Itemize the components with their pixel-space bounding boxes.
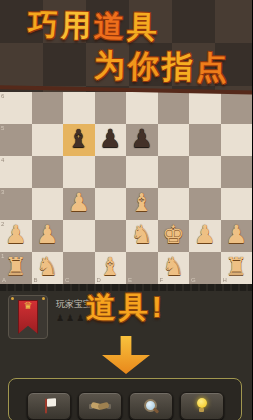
- square-f5[interactable]: [158, 124, 190, 156]
- square-a2[interactable]: 2♟: [0, 220, 32, 252]
- file-label-f: f: [160, 277, 164, 283]
- square-e2[interactable]: ♞: [126, 220, 158, 252]
- square-f2[interactable]: ♚: [158, 220, 190, 252]
- rank-label-6: 6: [1, 93, 4, 99]
- resign-flag-button[interactable]: [27, 392, 71, 420]
- white-pawn-b2[interactable]: ♟: [32, 219, 64, 250]
- square-e3[interactable]: ♝: [126, 188, 158, 220]
- square-d5[interactable]: ♟: [95, 124, 127, 156]
- square-e1[interactable]: e: [126, 252, 158, 284]
- draw-handshake-button[interactable]: [78, 392, 122, 420]
- square-a1[interactable]: 1a♜: [0, 252, 32, 284]
- square-h3[interactable]: [221, 188, 253, 220]
- square-g4[interactable]: [189, 156, 221, 188]
- square-h1[interactable]: h♜: [221, 252, 253, 284]
- banner-pin-left: [11, 297, 14, 300]
- file-label-d: d: [97, 277, 101, 283]
- crown-icon: ♛: [9, 301, 47, 311]
- square-h6[interactable]: [221, 92, 253, 124]
- square-f6[interactable]: [158, 92, 190, 124]
- props-callout-label: 道具!: [86, 288, 166, 328]
- square-e6[interactable]: [126, 92, 158, 124]
- square-c1[interactable]: c: [63, 252, 95, 284]
- black-bishop-c5[interactable]: ♝: [63, 123, 95, 154]
- white-pawn-h2[interactable]: ♟: [221, 219, 253, 250]
- chess-app-screen: 巧用道具 为你指点 65♝♟♟43♟♝2♟♟♞♚♟♟1a♜b♞cd♝ef♞gh♜…: [0, 0, 252, 420]
- square-c5[interactable]: ♝: [63, 124, 95, 156]
- square-b5[interactable]: [32, 124, 64, 156]
- square-a4[interactable]: 4: [0, 156, 32, 188]
- promo-headline-line1: 巧用道具: [28, 5, 161, 49]
- banner-pin-right: [42, 297, 45, 300]
- square-b1[interactable]: b♞: [32, 252, 64, 284]
- square-h2[interactable]: ♟: [221, 220, 253, 252]
- file-label-b: b: [34, 277, 38, 283]
- file-label-c: c: [65, 277, 69, 283]
- square-h5[interactable]: [221, 124, 253, 156]
- rank-label-4: 4: [1, 157, 4, 163]
- white-bishop-e3[interactable]: ♝: [126, 187, 158, 218]
- chess-board[interactable]: 65♝♟♟43♟♝2♟♟♞♚♟♟1a♜b♞cd♝ef♞gh♜: [0, 92, 252, 284]
- rank-label-2: 2: [1, 221, 4, 227]
- magnifier-icon: [143, 398, 159, 414]
- hint-button[interactable]: [180, 392, 224, 420]
- square-c6[interactable]: [63, 92, 95, 124]
- analyze-button[interactable]: [129, 392, 173, 420]
- light-bulb-icon: [196, 398, 208, 414]
- rank-label-1: 1: [1, 253, 4, 259]
- square-f3[interactable]: [158, 188, 190, 220]
- square-b4[interactable]: [32, 156, 64, 188]
- square-d6[interactable]: [95, 92, 127, 124]
- rank-label-5: 5: [1, 125, 4, 131]
- rank-label-3: 3: [1, 189, 4, 195]
- square-a6[interactable]: 6: [0, 92, 32, 124]
- square-d1[interactable]: d♝: [95, 252, 127, 284]
- square-e4[interactable]: [126, 156, 158, 188]
- file-label-g: g: [191, 277, 196, 283]
- bottom-panel: ♛ 玩家宝宝 ♟♟♟ 道具!: [0, 284, 252, 420]
- square-d2[interactable]: [95, 220, 127, 252]
- square-g5[interactable]: [189, 124, 221, 156]
- square-b3[interactable]: [32, 188, 64, 220]
- square-g3[interactable]: [189, 188, 221, 220]
- white-flag-icon: [42, 398, 56, 415]
- square-a3[interactable]: 3: [0, 188, 32, 220]
- square-f1[interactable]: f♞: [158, 252, 190, 284]
- white-knight-e2[interactable]: ♞: [126, 219, 158, 250]
- square-h4[interactable]: [221, 156, 253, 188]
- square-b6[interactable]: [32, 92, 64, 124]
- square-a5[interactable]: 5: [0, 124, 32, 156]
- white-pawn-c3[interactable]: ♟: [63, 187, 95, 218]
- square-d4[interactable]: [95, 156, 127, 188]
- square-f4[interactable]: [158, 156, 190, 188]
- promo-headline-line2: 为你指点: [94, 45, 231, 90]
- square-d3[interactable]: [95, 188, 127, 220]
- captured-pawns-row: ♟♟♟: [56, 313, 86, 323]
- black-pawn-d5[interactable]: ♟: [95, 123, 127, 154]
- file-label-a: a: [2, 277, 6, 283]
- black-pawn-e5[interactable]: ♟: [126, 123, 158, 154]
- white-king-f2[interactable]: ♚: [158, 219, 190, 250]
- handshake-icon: [90, 400, 110, 412]
- down-arrow-icon: [96, 336, 156, 374]
- square-g2[interactable]: ♟: [189, 220, 221, 252]
- square-g6[interactable]: [189, 92, 221, 124]
- player-banner-card[interactable]: ♛: [8, 295, 48, 339]
- white-pawn-g2[interactable]: ♟: [189, 219, 221, 250]
- square-e5[interactable]: ♟: [126, 124, 158, 156]
- square-g1[interactable]: g: [189, 252, 221, 284]
- file-label-h: h: [223, 277, 227, 283]
- file-label-e: e: [128, 277, 132, 283]
- square-c4[interactable]: [63, 156, 95, 188]
- promo-header: 巧用道具 为你指点: [0, 0, 252, 92]
- white-pawn-a2[interactable]: ♟: [0, 219, 32, 250]
- square-b2[interactable]: ♟: [32, 220, 64, 252]
- square-c3[interactable]: ♟: [63, 188, 95, 220]
- game-toolbar: [8, 378, 242, 420]
- square-c2[interactable]: [63, 220, 95, 252]
